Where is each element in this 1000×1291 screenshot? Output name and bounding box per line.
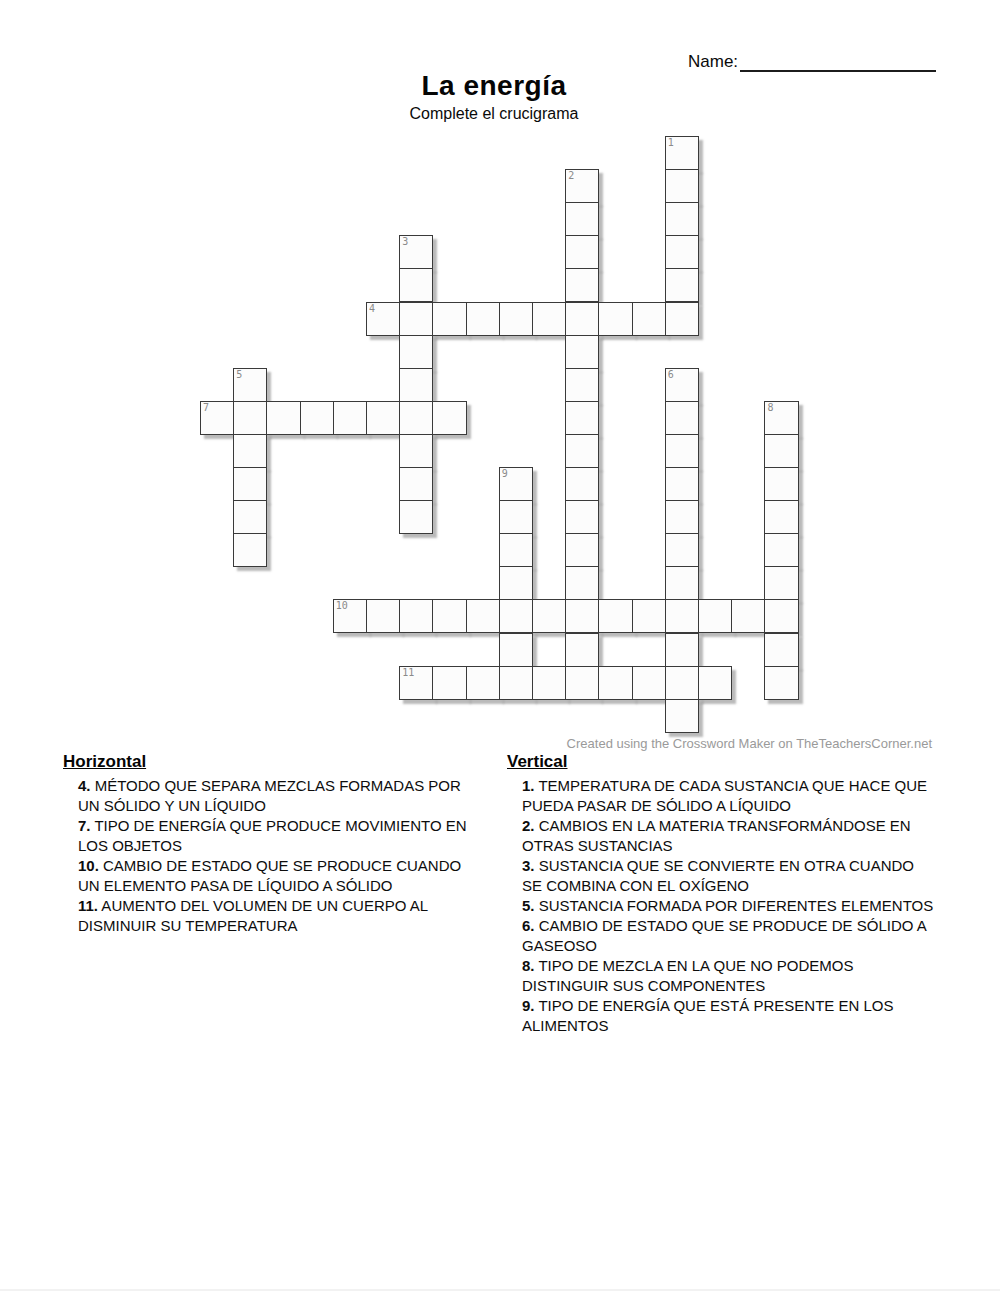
grid-cell-r14-c8[interactable] (466, 599, 500, 633)
grid-cell-r14-c16[interactable] (731, 599, 765, 633)
grid-cell-r12-c1[interactable] (233, 533, 267, 567)
grid-cell-r12-c11[interactable] (565, 533, 599, 567)
clue-item-9: 9. TIPO DE ENERGÍA QUE ESTÁ PRESENTE EN … (522, 996, 935, 1036)
grid-cell-r14-c9[interactable] (499, 599, 533, 633)
grid-cell-r16-c9[interactable] (499, 666, 533, 700)
cell-number-5: 5 (236, 369, 242, 381)
cell-number-3: 3 (402, 236, 408, 248)
grid-cell-r10-c6[interactable] (399, 467, 433, 501)
cell-number-11: 11 (402, 667, 414, 679)
grid-cell-r13-c17[interactable] (764, 566, 798, 600)
clue-item-5: 5. SUSTANCIA FORMADA POR DIFERENTES ELEM… (522, 896, 935, 916)
grid-cell-r11-c6[interactable] (399, 500, 433, 534)
clue-item-number: 3. (522, 857, 535, 874)
grid-cell-r16-c14[interactable] (665, 666, 699, 700)
grid-cell-r7-c14[interactable]: 6 (665, 368, 699, 402)
crossword-grid: 1234567891011 (200, 136, 800, 734)
clues-down-heading: Vertical (507, 752, 935, 772)
grid-cell-r7-c1[interactable]: 5 (233, 368, 267, 402)
grid-cell-r8-c2[interactable] (266, 401, 300, 435)
clue-item-3: 3. SUSTANCIA QUE SE CONVIERTE EN OTRA CU… (522, 856, 935, 896)
grid-cell-r15-c14[interactable] (665, 633, 699, 667)
grid-cell-r11-c9[interactable] (499, 500, 533, 534)
cell-number-6: 6 (668, 369, 674, 381)
clue-item-4: 4. MÉTODO QUE SEPARA MEZCLAS FORMADAS PO… (78, 776, 483, 816)
grid-cell-r4-c6[interactable] (399, 268, 433, 302)
grid-cell-r12-c14[interactable] (665, 533, 699, 567)
clue-item-number: 7. (78, 817, 91, 834)
grid-cell-r9-c14[interactable] (665, 434, 699, 468)
grid-cell-r9-c6[interactable] (399, 434, 433, 468)
grid-cell-r4-c14[interactable] (665, 268, 699, 302)
grid-cell-r11-c11[interactable] (565, 500, 599, 534)
grid-cell-r3-c6[interactable]: 3 (399, 235, 433, 269)
cell-number-8: 8 (767, 402, 773, 414)
clue-item-8: 8. TIPO DE MEZCLA EN LA QUE NO PODEMOS D… (522, 956, 935, 996)
grid-cell-r16-c12[interactable] (598, 666, 632, 700)
grid-cell-r1-c11[interactable]: 2 (565, 169, 599, 203)
grid-cell-r16-c10[interactable] (532, 666, 566, 700)
grid-cell-r5-c14[interactable] (665, 302, 699, 336)
clues-across-heading: Horizontal (63, 752, 483, 772)
grid-cell-r14-c4[interactable]: 10 (333, 599, 367, 633)
grid-cell-r8-c17[interactable]: 8 (764, 401, 798, 435)
grid-cell-r12-c9[interactable] (499, 533, 533, 567)
grid-cell-r5-c10[interactable] (532, 302, 566, 336)
grid-cell-r8-c11[interactable] (565, 401, 599, 435)
grid-cell-r6-c6[interactable] (399, 335, 433, 369)
grid-cell-r7-c6[interactable] (399, 368, 433, 402)
grid-cell-r14-c5[interactable] (366, 599, 400, 633)
header-block: La energía Complete el crucigrama (0, 70, 988, 123)
clue-item-number: 11. (78, 897, 98, 914)
clue-item-number: 9. (522, 997, 535, 1014)
cell-number-7: 7 (203, 402, 209, 414)
clue-item-number: 6. (522, 917, 535, 934)
grid-cell-r8-c4[interactable] (333, 401, 367, 435)
grid-cell-r14-c15[interactable] (698, 599, 732, 633)
grid-cell-r14-c14[interactable] (665, 599, 699, 633)
grid-cell-r3-c11[interactable] (565, 235, 599, 269)
cell-number-1: 1 (668, 137, 674, 149)
grid-cell-r8-c5[interactable] (366, 401, 400, 435)
clue-item-2: 2. CAMBIOS EN LA MATERIA TRANSFORMÁNDOSE… (522, 816, 935, 856)
grid-cell-r2-c14[interactable] (665, 202, 699, 236)
grid-cell-r5-c9[interactable] (499, 302, 533, 336)
grid-cell-r5-c11[interactable] (565, 302, 599, 336)
grid-cell-r14-c6[interactable] (399, 599, 433, 633)
grid-cell-r10-c9[interactable]: 9 (499, 467, 533, 501)
clue-item-number: 4. (78, 777, 91, 794)
grid-cell-r14-c17[interactable] (764, 599, 798, 633)
grid-cell-r4-c11[interactable] (565, 268, 599, 302)
grid-cell-r8-c3[interactable] (300, 401, 334, 435)
grid-cell-r16-c8[interactable] (466, 666, 500, 700)
grid-cell-r11-c17[interactable] (764, 500, 798, 534)
grid-cell-r16-c17[interactable] (764, 666, 798, 700)
grid-cell-r16-c15[interactable] (698, 666, 732, 700)
clue-item-7: 7. TIPO DE ENERGÍA QUE PRODUCE MOVIMIENT… (78, 816, 483, 856)
grid-cell-r12-c17[interactable] (764, 533, 798, 567)
grid-cell-r10-c17[interactable] (764, 467, 798, 501)
clue-item-number: 5. (522, 897, 535, 914)
grid-cell-r1-c14[interactable] (665, 169, 699, 203)
clue-item-1: 1. TEMPERATURA DE CADA SUSTANCIA QUE HAC… (522, 776, 935, 816)
grid-cell-r6-c11[interactable] (565, 335, 599, 369)
grid-cell-r10-c1[interactable] (233, 467, 267, 501)
clues-across-section: Horizontal 4. MÉTODO QUE SEPARA MEZCLAS … (63, 752, 483, 936)
clues-across-list: 4. MÉTODO QUE SEPARA MEZCLAS FORMADAS PO… (63, 776, 483, 936)
cell-number-2: 2 (568, 170, 574, 182)
cell-number-9: 9 (502, 468, 508, 480)
clue-item-11: 11. AUMENTO DEL VOLUMEN DE UN CUERPO AL … (78, 896, 483, 936)
grid-cell-r2-c11[interactable] (565, 202, 599, 236)
page-title: La energía (0, 70, 988, 102)
grid-cell-r14-c11[interactable] (565, 599, 599, 633)
grid-cell-r10-c11[interactable] (565, 467, 599, 501)
grid-cell-r13-c9[interactable] (499, 566, 533, 600)
grid-cell-r0-c14[interactable]: 1 (665, 136, 699, 170)
grid-cell-r13-c11[interactable] (565, 566, 599, 600)
grid-cell-r5-c7[interactable] (432, 302, 466, 336)
clues-down-section: Vertical 1. TEMPERATURA DE CADA SUSTANCI… (507, 752, 935, 1036)
grid-cell-r14-c10[interactable] (532, 599, 566, 633)
grid-cell-r15-c17[interactable] (764, 633, 798, 667)
grid-cell-r11-c14[interactable] (665, 500, 699, 534)
grid-cell-r9-c17[interactable] (764, 434, 798, 468)
grid-cell-r16-c13[interactable] (632, 666, 666, 700)
grid-cell-r17-c14[interactable] (665, 699, 699, 733)
grid-cell-r11-c1[interactable] (233, 500, 267, 534)
grid-cell-r16-c11[interactable] (565, 666, 599, 700)
clue-item-number: 1. (522, 777, 535, 794)
grid-cell-r15-c11[interactable] (565, 633, 599, 667)
grid-cell-r7-c11[interactable] (565, 368, 599, 402)
attribution-text: Created using the Crossword Maker on The… (400, 736, 932, 751)
cell-number-10: 10 (336, 600, 348, 612)
grid-cell-r13-c14[interactable] (665, 566, 699, 600)
grid-cell-r8-c0[interactable]: 7 (200, 401, 234, 435)
grid-cell-r8-c1[interactable] (233, 401, 267, 435)
grid-cell-r8-c7[interactable] (432, 401, 466, 435)
grid-cell-r16-c6[interactable]: 11 (399, 666, 433, 700)
worksheet-page: Name: La energía Complete el crucigrama … (0, 0, 1000, 1291)
grid-cell-r9-c1[interactable] (233, 434, 267, 468)
grid-cell-r8-c6[interactable] (399, 401, 433, 435)
grid-cell-r14-c13[interactable] (632, 599, 666, 633)
clue-item-6: 6. CAMBIO DE ESTADO QUE SE PRODUCE DE SÓ… (522, 916, 935, 956)
grid-cell-r5-c13[interactable] (632, 302, 666, 336)
grid-cell-r14-c12[interactable] (598, 599, 632, 633)
grid-cell-r5-c12[interactable] (598, 302, 632, 336)
grid-cell-r15-c9[interactable] (499, 633, 533, 667)
grid-cell-r3-c14[interactable] (665, 235, 699, 269)
grid-cell-r16-c7[interactable] (432, 666, 466, 700)
grid-cell-r5-c8[interactable] (466, 302, 500, 336)
cell-number-4: 4 (369, 303, 375, 315)
grid-cell-r9-c11[interactable] (565, 434, 599, 468)
clue-item-10: 10. CAMBIO DE ESTADO QUE SE PRODUCE CUAN… (78, 856, 483, 896)
grid-cell-r14-c7[interactable] (432, 599, 466, 633)
name-label: Name: (688, 52, 738, 72)
grid-cell-r10-c14[interactable] (665, 467, 699, 501)
clue-item-number: 10. (78, 857, 99, 874)
clue-item-number: 8. (522, 957, 535, 974)
clue-item-number: 2. (522, 817, 535, 834)
grid-cell-r5-c6[interactable] (399, 302, 433, 336)
grid-cell-r8-c14[interactable] (665, 401, 699, 435)
grid-cell-r5-c5[interactable]: 4 (366, 302, 400, 336)
clues-down-list: 1. TEMPERATURA DE CADA SUSTANCIA QUE HAC… (507, 776, 935, 1036)
page-subtitle: Complete el crucigrama (0, 105, 988, 123)
